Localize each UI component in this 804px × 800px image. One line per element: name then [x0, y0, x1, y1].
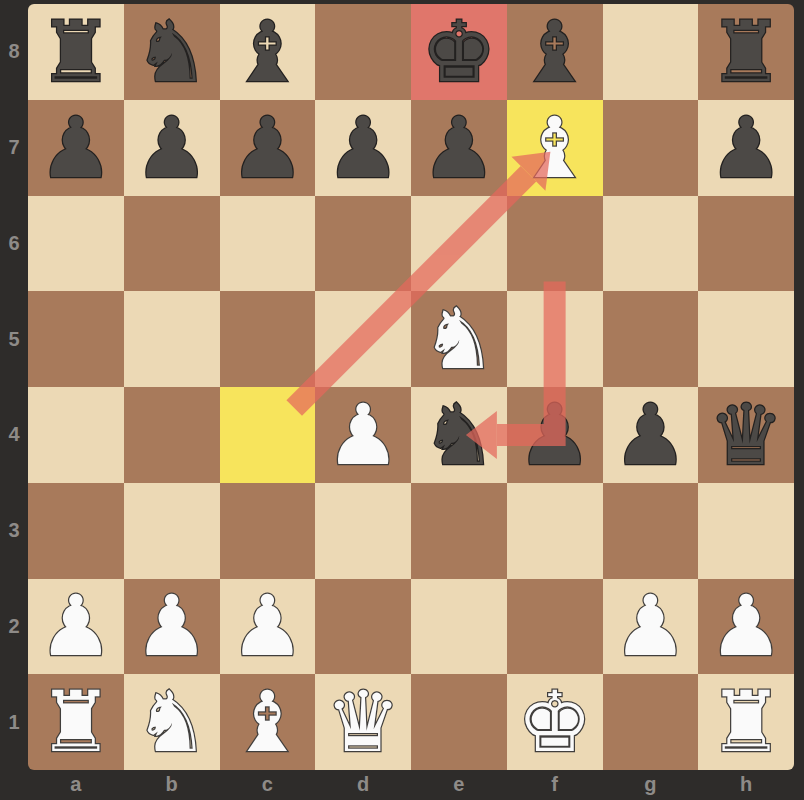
square-a3[interactable] [28, 483, 124, 579]
file-label-c: c [220, 770, 316, 800]
square-g7[interactable] [603, 100, 699, 196]
square-h4[interactable]: ♛ [698, 387, 794, 483]
square-g5[interactable] [603, 291, 699, 387]
rank-label-7: 7 [0, 100, 28, 196]
rank-label-8: 8 [0, 4, 28, 100]
piece-black-rook[interactable]: ♜ [28, 4, 124, 100]
piece-white-pawn[interactable]: ♟ [315, 387, 411, 483]
file-coordinates: abcdefgh [28, 770, 794, 800]
square-d7[interactable]: ♟ [315, 100, 411, 196]
square-e5[interactable]: ♞ [411, 291, 507, 387]
file-label-e: e [411, 770, 507, 800]
square-f5[interactable] [507, 291, 603, 387]
square-e2[interactable] [411, 579, 507, 675]
piece-black-pawn[interactable]: ♟ [698, 100, 794, 196]
square-e6[interactable] [411, 196, 507, 292]
square-f4[interactable]: ♟ [507, 387, 603, 483]
piece-white-pawn[interactable]: ♟ [28, 579, 124, 675]
square-e7[interactable]: ♟ [411, 100, 507, 196]
square-g1[interactable] [603, 674, 699, 770]
piece-black-bishop[interactable]: ♝ [507, 4, 603, 100]
square-f3[interactable] [507, 483, 603, 579]
square-g3[interactable] [603, 483, 699, 579]
square-f6[interactable] [507, 196, 603, 292]
square-b1[interactable]: ♞ [124, 674, 220, 770]
rank-label-2: 2 [0, 579, 28, 675]
square-d4[interactable]: ♟ [315, 387, 411, 483]
square-c2[interactable]: ♟ [220, 579, 316, 675]
square-c5[interactable] [220, 291, 316, 387]
square-e3[interactable] [411, 483, 507, 579]
rank-label-3: 3 [0, 483, 28, 579]
piece-white-king[interactable]: ♚ [507, 674, 603, 770]
square-g8[interactable] [603, 4, 699, 100]
piece-black-knight[interactable]: ♞ [124, 4, 220, 100]
rank-label-5: 5 [0, 291, 28, 387]
piece-white-knight[interactable]: ♞ [411, 291, 507, 387]
square-h7[interactable]: ♟ [698, 100, 794, 196]
square-d1[interactable]: ♛ [315, 674, 411, 770]
square-c7[interactable]: ♟ [220, 100, 316, 196]
piece-black-pawn[interactable]: ♟ [411, 100, 507, 196]
square-d6[interactable] [315, 196, 411, 292]
square-f2[interactable] [507, 579, 603, 675]
square-h1[interactable]: ♜ [698, 674, 794, 770]
square-a2[interactable]: ♟ [28, 579, 124, 675]
piece-white-pawn[interactable]: ♟ [124, 579, 220, 675]
file-label-d: d [315, 770, 411, 800]
square-h6[interactable] [698, 196, 794, 292]
square-c6[interactable] [220, 196, 316, 292]
square-a7[interactable]: ♟ [28, 100, 124, 196]
piece-black-rook[interactable]: ♜ [698, 4, 794, 100]
piece-black-pawn[interactable]: ♟ [220, 100, 316, 196]
square-c1[interactable]: ♝ [220, 674, 316, 770]
square-a5[interactable] [28, 291, 124, 387]
square-c4[interactable] [220, 387, 316, 483]
piece-white-queen[interactable]: ♛ [315, 674, 411, 770]
piece-white-rook[interactable]: ♜ [28, 674, 124, 770]
square-h5[interactable] [698, 291, 794, 387]
square-c3[interactable] [220, 483, 316, 579]
piece-black-knight[interactable]: ♞ [411, 387, 507, 483]
file-label-g: g [603, 770, 699, 800]
piece-white-knight[interactable]: ♞ [124, 674, 220, 770]
square-e4[interactable]: ♞ [411, 387, 507, 483]
square-b6[interactable] [124, 196, 220, 292]
rank-label-1: 1 [0, 674, 28, 770]
piece-black-pawn[interactable]: ♟ [315, 100, 411, 196]
square-h2[interactable]: ♟ [698, 579, 794, 675]
square-h3[interactable] [698, 483, 794, 579]
rank-coordinates: 87654321 [0, 4, 28, 770]
square-b3[interactable] [124, 483, 220, 579]
file-label-h: h [698, 770, 794, 800]
square-d3[interactable] [315, 483, 411, 579]
piece-black-pawn[interactable]: ♟ [124, 100, 220, 196]
square-b5[interactable] [124, 291, 220, 387]
piece-black-bishop[interactable]: ♝ [220, 4, 316, 100]
piece-white-rook[interactable]: ♜ [698, 674, 794, 770]
square-a1[interactable]: ♜ [28, 674, 124, 770]
square-d2[interactable] [315, 579, 411, 675]
piece-white-pawn[interactable]: ♟ [698, 579, 794, 675]
piece-white-pawn[interactable]: ♟ [220, 579, 316, 675]
square-f8[interactable]: ♝ [507, 4, 603, 100]
file-label-b: b [124, 770, 220, 800]
square-e1[interactable] [411, 674, 507, 770]
square-a4[interactable] [28, 387, 124, 483]
square-f1[interactable]: ♚ [507, 674, 603, 770]
file-label-a: a [28, 770, 124, 800]
square-h8[interactable]: ♜ [698, 4, 794, 100]
square-g6[interactable] [603, 196, 699, 292]
square-e8[interactable]: ♚ [411, 4, 507, 100]
file-label-f: f [507, 770, 603, 800]
piece-white-pawn[interactable]: ♟ [603, 579, 699, 675]
square-g4[interactable]: ♟ [603, 387, 699, 483]
square-a6[interactable] [28, 196, 124, 292]
rank-label-6: 6 [0, 196, 28, 292]
square-d8[interactable] [315, 4, 411, 100]
rank-label-4: 4 [0, 387, 28, 483]
piece-white-bishop[interactable]: ♝ [220, 674, 316, 770]
piece-black-king[interactable]: ♚ [411, 4, 507, 100]
square-f7[interactable]: ♝ [507, 100, 603, 196]
square-b2[interactable]: ♟ [124, 579, 220, 675]
square-a8[interactable]: ♜ [28, 4, 124, 100]
square-c8[interactable]: ♝ [220, 4, 316, 100]
square-b7[interactable]: ♟ [124, 100, 220, 196]
piece-black-queen[interactable]: ♛ [698, 387, 794, 483]
square-d5[interactable] [315, 291, 411, 387]
piece-black-pawn[interactable]: ♟ [603, 387, 699, 483]
piece-black-pawn[interactable]: ♟ [28, 100, 124, 196]
piece-white-bishop[interactable]: ♝ [507, 100, 603, 196]
square-g2[interactable]: ♟ [603, 579, 699, 675]
square-b8[interactable]: ♞ [124, 4, 220, 100]
chessboard-app: 87654321 ♜♞♝♚♝♜♟♟♟♟♟♝♟♞♟♞♟♟♛♟♟♟♟♟♜♞♝♛♚♜ … [0, 0, 804, 800]
piece-black-pawn[interactable]: ♟ [507, 387, 603, 483]
square-b4[interactable] [124, 387, 220, 483]
board[interactable]: ♜♞♝♚♝♜♟♟♟♟♟♝♟♞♟♞♟♟♛♟♟♟♟♟♜♞♝♛♚♜ [28, 4, 794, 770]
